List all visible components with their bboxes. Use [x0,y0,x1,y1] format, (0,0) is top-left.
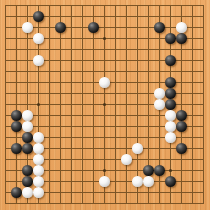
black-stone [22,143,33,154]
white-stone [33,33,44,44]
white-stone [154,88,165,99]
white-stone [99,77,110,88]
white-stone [132,176,143,187]
white-stone [165,110,176,121]
black-stone [165,88,176,99]
white-stone [154,99,165,110]
black-stone [143,165,154,176]
white-stone [22,22,33,33]
star-point [169,169,172,172]
star-point [37,103,40,106]
white-stone [165,132,176,143]
black-stone [165,99,176,110]
black-stone [22,132,33,143]
black-stone [176,110,187,121]
black-stone [165,176,176,187]
white-stone [22,121,33,132]
white-stone [33,55,44,66]
black-stone [176,121,187,132]
black-stone [154,165,165,176]
screenshot-stage [0,0,210,210]
white-stone [165,121,176,132]
white-stone [22,110,33,121]
black-stone [11,143,22,154]
white-stone [33,132,44,143]
go-board[interactable] [0,0,210,210]
star-point [103,37,106,40]
black-stone [88,22,99,33]
black-stone [176,143,187,154]
white-stone [33,187,44,198]
white-stone [33,154,44,165]
white-stone [99,176,110,187]
black-stone [22,165,33,176]
white-stone [132,143,143,154]
black-stone [11,110,22,121]
black-stone [11,187,22,198]
black-stone [55,22,66,33]
white-stone [176,22,187,33]
black-stone [165,55,176,66]
black-stone [154,22,165,33]
white-stone [33,165,44,176]
white-stone [121,154,132,165]
white-stone [33,143,44,154]
star-point [103,103,106,106]
black-stone [165,33,176,44]
white-stone [33,176,44,187]
black-stone [165,77,176,88]
black-stone [176,33,187,44]
black-stone [11,121,22,132]
white-stone [22,187,33,198]
white-stone [143,176,154,187]
star-point [103,169,106,172]
black-stone [22,176,33,187]
black-stone [33,11,44,22]
